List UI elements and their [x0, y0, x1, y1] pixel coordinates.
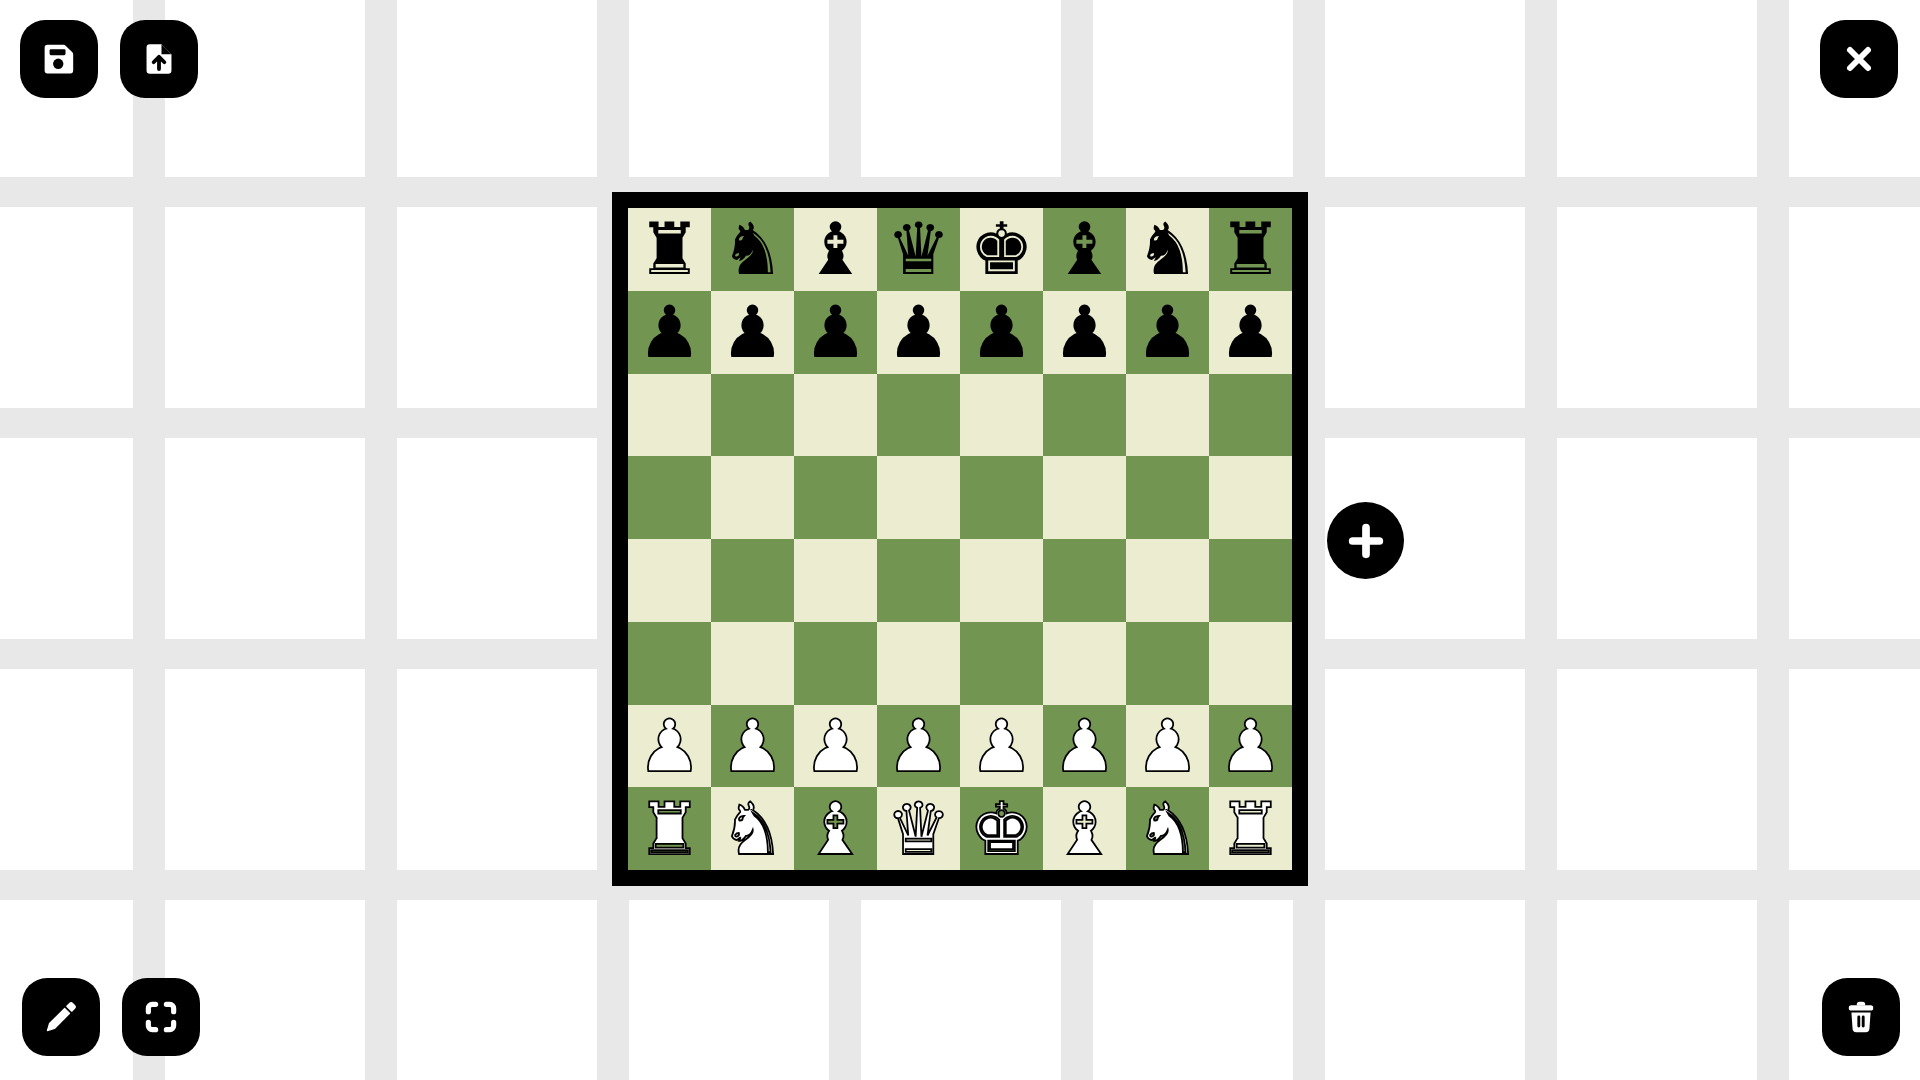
- square-d4[interactable]: [877, 539, 960, 622]
- fullscreen-button[interactable]: [122, 978, 200, 1056]
- square-d6[interactable]: [877, 374, 960, 457]
- square-a7[interactable]: ♟: [628, 291, 711, 374]
- upload-button[interactable]: [120, 20, 198, 98]
- floppy-disk-icon: [36, 36, 82, 82]
- piece-black-pawn: ♟: [720, 296, 785, 368]
- square-f2[interactable]: ♟: [1043, 705, 1126, 788]
- piece-black-pawn: ♟: [1052, 296, 1117, 368]
- square-h8[interactable]: ♜: [1209, 208, 1292, 291]
- square-g7[interactable]: ♟: [1126, 291, 1209, 374]
- square-a1[interactable]: ♜: [628, 787, 711, 870]
- square-h5[interactable]: [1209, 456, 1292, 539]
- square-d8[interactable]: ♛: [877, 208, 960, 291]
- square-g6[interactable]: [1126, 374, 1209, 457]
- piece-white-pawn: ♟: [1218, 710, 1283, 782]
- trash-icon: [1838, 994, 1884, 1040]
- canvas-grid-background[interactable]: ♜♞♝♛♚♝♞♜♟♟♟♟♟♟♟♟♟♟♟♟♟♟♟♟♜♞♝♛♚♝♞♜: [0, 0, 1920, 1080]
- square-c6[interactable]: [794, 374, 877, 457]
- square-c5[interactable]: [794, 456, 877, 539]
- piece-white-rook: ♜: [637, 793, 702, 865]
- chess-board: ♜♞♝♛♚♝♞♜♟♟♟♟♟♟♟♟♟♟♟♟♟♟♟♟♜♞♝♛♚♝♞♜: [612, 192, 1308, 886]
- square-f6[interactable]: [1043, 374, 1126, 457]
- piece-black-knight: ♞: [720, 213, 785, 285]
- square-b5[interactable]: [711, 456, 794, 539]
- edit-button[interactable]: [22, 978, 100, 1056]
- square-b3[interactable]: [711, 622, 794, 705]
- square-c8[interactable]: ♝: [794, 208, 877, 291]
- x-icon: [1836, 36, 1882, 82]
- square-h1[interactable]: ♜: [1209, 787, 1292, 870]
- square-b7[interactable]: ♟: [711, 291, 794, 374]
- square-g5[interactable]: [1126, 456, 1209, 539]
- piece-white-king: ♚: [969, 793, 1034, 865]
- square-g4[interactable]: [1126, 539, 1209, 622]
- square-f1[interactable]: ♝: [1043, 787, 1126, 870]
- square-b2[interactable]: ♟: [711, 705, 794, 788]
- square-b6[interactable]: [711, 374, 794, 457]
- square-d3[interactable]: [877, 622, 960, 705]
- square-a4[interactable]: [628, 539, 711, 622]
- piece-black-rook: ♜: [1218, 213, 1283, 285]
- square-e7[interactable]: ♟: [960, 291, 1043, 374]
- square-e4[interactable]: [960, 539, 1043, 622]
- piece-black-pawn: ♟: [886, 296, 951, 368]
- square-e8[interactable]: ♚: [960, 208, 1043, 291]
- piece-white-pawn: ♟: [720, 710, 785, 782]
- square-a8[interactable]: ♜: [628, 208, 711, 291]
- square-c3[interactable]: [794, 622, 877, 705]
- square-c1[interactable]: ♝: [794, 787, 877, 870]
- square-e6[interactable]: [960, 374, 1043, 457]
- square-f3[interactable]: [1043, 622, 1126, 705]
- piece-black-knight: ♞: [1135, 213, 1200, 285]
- square-a3[interactable]: [628, 622, 711, 705]
- piece-white-pawn: ♟: [1052, 710, 1117, 782]
- piece-black-pawn: ♟: [969, 296, 1034, 368]
- file-upload-icon: [136, 36, 182, 82]
- piece-black-rook: ♜: [637, 213, 702, 285]
- square-d5[interactable]: [877, 456, 960, 539]
- square-b1[interactable]: ♞: [711, 787, 794, 870]
- square-d7[interactable]: ♟: [877, 291, 960, 374]
- close-button[interactable]: [1820, 20, 1898, 98]
- square-b8[interactable]: ♞: [711, 208, 794, 291]
- square-c4[interactable]: [794, 539, 877, 622]
- square-a6[interactable]: [628, 374, 711, 457]
- piece-white-knight: ♞: [720, 793, 785, 865]
- square-c2[interactable]: ♟: [794, 705, 877, 788]
- piece-black-pawn: ♟: [1218, 296, 1283, 368]
- piece-white-knight: ♞: [1135, 793, 1200, 865]
- piece-white-queen: ♛: [886, 793, 951, 865]
- square-h2[interactable]: ♟: [1209, 705, 1292, 788]
- piece-white-pawn: ♟: [1135, 710, 1200, 782]
- piece-black-bishop: ♝: [803, 213, 868, 285]
- square-e5[interactable]: [960, 456, 1043, 539]
- piece-black-pawn: ♟: [1135, 296, 1200, 368]
- plus-icon: [1341, 516, 1391, 566]
- piece-black-bishop: ♝: [1052, 213, 1117, 285]
- fullscreen-icon: [138, 994, 184, 1040]
- piece-white-rook: ♜: [1218, 793, 1283, 865]
- square-h6[interactable]: [1209, 374, 1292, 457]
- square-e1[interactable]: ♚: [960, 787, 1043, 870]
- square-g8[interactable]: ♞: [1126, 208, 1209, 291]
- square-d1[interactable]: ♛: [877, 787, 960, 870]
- square-b4[interactable]: [711, 539, 794, 622]
- piece-black-pawn: ♟: [803, 296, 868, 368]
- square-f8[interactable]: ♝: [1043, 208, 1126, 291]
- piece-white-pawn: ♟: [886, 710, 951, 782]
- square-e3[interactable]: [960, 622, 1043, 705]
- piece-black-queen: ♛: [886, 213, 951, 285]
- pencil-icon: [38, 994, 84, 1040]
- piece-black-pawn: ♟: [637, 296, 702, 368]
- square-g3[interactable]: [1126, 622, 1209, 705]
- square-a2[interactable]: ♟: [628, 705, 711, 788]
- piece-white-pawn: ♟: [803, 710, 868, 782]
- square-f5[interactable]: [1043, 456, 1126, 539]
- square-g1[interactable]: ♞: [1126, 787, 1209, 870]
- piece-white-pawn: ♟: [969, 710, 1034, 782]
- save-button[interactable]: [20, 20, 98, 98]
- piece-black-king: ♚: [969, 213, 1034, 285]
- piece-white-bishop: ♝: [803, 793, 868, 865]
- add-button[interactable]: [1327, 502, 1404, 579]
- square-g2[interactable]: ♟: [1126, 705, 1209, 788]
- delete-button[interactable]: [1822, 978, 1900, 1056]
- square-d2[interactable]: ♟: [877, 705, 960, 788]
- square-e2[interactable]: ♟: [960, 705, 1043, 788]
- square-h7[interactable]: ♟: [1209, 291, 1292, 374]
- square-f7[interactable]: ♟: [1043, 291, 1126, 374]
- square-h3[interactable]: [1209, 622, 1292, 705]
- square-a5[interactable]: [628, 456, 711, 539]
- square-c7[interactable]: ♟: [794, 291, 877, 374]
- piece-white-pawn: ♟: [637, 710, 702, 782]
- square-h4[interactable]: [1209, 539, 1292, 622]
- piece-white-bishop: ♝: [1052, 793, 1117, 865]
- square-f4[interactable]: [1043, 539, 1126, 622]
